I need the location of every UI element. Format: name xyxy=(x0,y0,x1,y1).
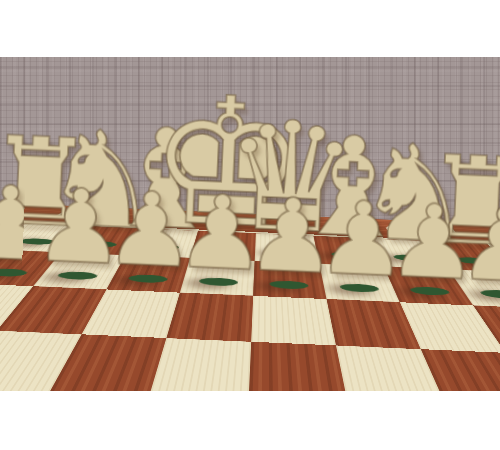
chess-set-photo: ABCDEFGH 87654321 ♜♞♝♚♛♝♞♜♟♟♟♟♟♟♟♟ xyxy=(0,57,500,391)
board-grid: ♜♞♝♚♛♝♞♜♟♟♟♟♟♟♟♟ xyxy=(0,223,500,391)
square-e5[interactable] xyxy=(248,342,349,391)
board-tilt-wrapper: ABCDEFGH 87654321 ♜♞♝♚♛♝♞♜♟♟♟♟♟♟♟♟ xyxy=(0,203,500,391)
square-d6[interactable] xyxy=(166,293,253,342)
square-d7[interactable]: ♟ xyxy=(180,258,255,296)
square-g5[interactable] xyxy=(421,349,500,391)
chess-board: ABCDEFGH 87654321 ♜♞♝♚♛♝♞♜♟♟♟♟♟♟♟♟ xyxy=(0,203,500,391)
square-e6[interactable] xyxy=(251,296,336,346)
square-c6[interactable] xyxy=(82,289,180,338)
square-d5[interactable] xyxy=(148,338,251,391)
piece-white-pawn-h7[interactable]: ♟ xyxy=(456,193,500,298)
